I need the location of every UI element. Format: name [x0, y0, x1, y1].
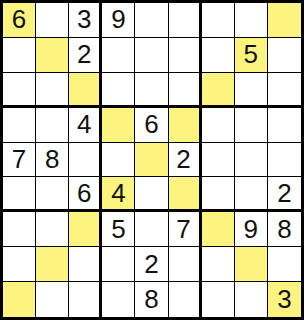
cell-r9c3[interactable]	[69, 282, 102, 317]
cell-r9c4[interactable]	[102, 282, 135, 317]
cell-r4c9[interactable]	[268, 108, 301, 143]
cell-r9c6[interactable]	[169, 282, 202, 317]
cell-r1c8[interactable]	[235, 3, 268, 38]
cell-r7c4[interactable]: 5	[102, 212, 135, 247]
cell-r7c2[interactable]	[36, 212, 69, 247]
cell-r5c5[interactable]	[135, 143, 168, 178]
cell-r7c3[interactable]	[69, 212, 102, 247]
cell-r2c1[interactable]	[3, 38, 36, 73]
cell-r5c9[interactable]	[268, 143, 301, 178]
cell-r1c2[interactable]	[36, 3, 69, 38]
cell-r2c4[interactable]	[102, 38, 135, 73]
cell-r9c1[interactable]	[3, 282, 36, 317]
cell-r7c8[interactable]: 9	[235, 212, 268, 247]
cell-r6c4[interactable]: 4	[102, 177, 135, 212]
cell-r4c4[interactable]	[102, 108, 135, 143]
cell-r3c6[interactable]	[169, 73, 202, 108]
cell-r3c8[interactable]	[235, 73, 268, 108]
cell-r5c3[interactable]	[69, 143, 102, 178]
cell-r8c3[interactable]	[69, 247, 102, 282]
cell-r2c7[interactable]	[202, 38, 235, 73]
cell-r3c5[interactable]	[135, 73, 168, 108]
cell-r9c8[interactable]	[235, 282, 268, 317]
cell-r2c3[interactable]: 2	[69, 38, 102, 73]
cell-r4c7[interactable]	[202, 108, 235, 143]
cell-r8c7[interactable]	[202, 247, 235, 282]
cell-r4c5[interactable]: 6	[135, 108, 168, 143]
cell-r1c4[interactable]: 9	[102, 3, 135, 38]
cell-r3c9[interactable]	[268, 73, 301, 108]
cell-r8c2[interactable]	[36, 247, 69, 282]
cell-r6c5[interactable]	[135, 177, 168, 212]
cell-r4c2[interactable]	[36, 108, 69, 143]
cell-r6c6[interactable]	[169, 177, 202, 212]
cell-r9c9[interactable]: 3	[268, 282, 301, 317]
cell-r3c3[interactable]	[69, 73, 102, 108]
cell-r1c5[interactable]	[135, 3, 168, 38]
cell-r6c7[interactable]	[202, 177, 235, 212]
cell-r5c8[interactable]	[235, 143, 268, 178]
cell-r3c4[interactable]	[102, 73, 135, 108]
cell-r1c6[interactable]	[169, 3, 202, 38]
cell-r5c2[interactable]: 8	[36, 143, 69, 178]
cell-r7c6[interactable]: 7	[169, 212, 202, 247]
cell-r2c6[interactable]	[169, 38, 202, 73]
cell-r1c7[interactable]	[202, 3, 235, 38]
cell-r8c6[interactable]	[169, 247, 202, 282]
cell-r4c1[interactable]	[3, 108, 36, 143]
cell-r6c1[interactable]	[3, 177, 36, 212]
cell-r2c5[interactable]	[135, 38, 168, 73]
cell-r7c5[interactable]	[135, 212, 168, 247]
cell-r5c7[interactable]	[202, 143, 235, 178]
cell-r1c1[interactable]: 6	[3, 3, 36, 38]
cell-r5c4[interactable]	[102, 143, 135, 178]
cell-r4c8[interactable]	[235, 108, 268, 143]
cell-r5c1[interactable]: 7	[3, 143, 36, 178]
cell-r6c9[interactable]: 2	[268, 177, 301, 212]
cell-r3c7[interactable]	[202, 73, 235, 108]
cell-r8c5[interactable]: 2	[135, 247, 168, 282]
sudoku-board: 63925467826425798283	[0, 0, 304, 320]
cell-r9c7[interactable]	[202, 282, 235, 317]
cell-r5c6[interactable]: 2	[169, 143, 202, 178]
cell-r3c2[interactable]	[36, 73, 69, 108]
cell-r8c9[interactable]	[268, 247, 301, 282]
cell-r6c8[interactable]	[235, 177, 268, 212]
cell-r7c7[interactable]	[202, 212, 235, 247]
cell-r8c4[interactable]	[102, 247, 135, 282]
cell-r1c9[interactable]	[268, 3, 301, 38]
cell-r7c1[interactable]	[3, 212, 36, 247]
cell-r3c1[interactable]	[3, 73, 36, 108]
cell-r9c2[interactable]	[36, 282, 69, 317]
cell-r6c2[interactable]	[36, 177, 69, 212]
cell-r2c9[interactable]	[268, 38, 301, 73]
cell-r7c9[interactable]: 8	[268, 212, 301, 247]
cell-r8c1[interactable]	[3, 247, 36, 282]
cell-r9c5[interactable]: 8	[135, 282, 168, 317]
cell-r2c8[interactable]: 5	[235, 38, 268, 73]
cell-r2c2[interactable]	[36, 38, 69, 73]
cell-r6c3[interactable]: 6	[69, 177, 102, 212]
cell-r1c3[interactable]: 3	[69, 3, 102, 38]
cell-r8c8[interactable]	[235, 247, 268, 282]
cell-r4c6[interactable]	[169, 108, 202, 143]
cell-r4c3[interactable]: 4	[69, 108, 102, 143]
